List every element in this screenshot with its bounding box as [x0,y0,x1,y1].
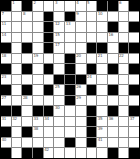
white-cell[interactable] [54,148,64,158]
white-cell[interactable]: 23 [1,75,11,85]
clue-number: 42 [44,148,49,152]
white-cell[interactable]: 36 [108,117,118,127]
black-cell [87,43,97,53]
black-cell [129,64,139,74]
black-cell [108,106,118,116]
clue-number: 11 [2,22,7,26]
white-cell[interactable]: 35 [97,117,107,127]
clue-number: 24 [87,75,92,79]
white-cell[interactable]: 12 [54,22,64,32]
white-cell[interactable]: 40 [1,138,11,148]
white-cell[interactable] [12,148,22,158]
white-cell[interactable] [119,22,129,32]
black-cell [97,43,107,53]
white-cell[interactable]: 31 [1,117,11,127]
black-cell [44,22,54,32]
white-cell[interactable] [119,33,129,43]
white-cell[interactable]: 21 [97,54,107,64]
white-cell[interactable] [54,12,64,22]
clue-number: 40 [2,138,7,142]
white-cell[interactable] [65,148,75,158]
white-cell[interactable] [44,54,54,64]
clue-number: 19 [34,54,39,58]
white-cell[interactable] [87,96,97,106]
white-cell[interactable] [12,75,22,85]
clue-number: 39 [98,127,103,131]
clue-number: 2 [34,1,36,5]
white-cell[interactable] [87,33,97,43]
white-cell[interactable] [22,117,32,127]
white-cell[interactable]: 34 [44,117,54,127]
white-cell[interactable] [22,138,32,148]
white-cell[interactable]: 33 [33,117,43,127]
white-cell[interactable]: 17 [54,43,64,53]
white-cell[interactable]: 19 [33,54,43,64]
white-cell[interactable] [108,54,118,64]
white-cell[interactable] [76,64,86,74]
white-cell[interactable]: 22 [119,54,129,64]
white-cell[interactable] [54,96,64,106]
white-cell[interactable] [119,96,129,106]
black-cell [65,54,75,64]
black-cell [129,1,139,11]
white-cell[interactable]: 13 [65,22,75,32]
black-cell [33,106,43,116]
white-cell[interactable] [97,22,107,32]
white-cell[interactable] [65,127,75,137]
clue-number: 14 [2,33,7,37]
clue-number: 4 [76,1,78,5]
white-cell[interactable]: 11 [1,22,11,32]
black-cell [129,106,139,116]
black-cell [44,12,54,22]
black-cell [129,85,139,95]
black-cell [65,85,75,95]
white-cell[interactable] [87,54,97,64]
white-cell[interactable] [22,54,32,64]
black-cell [33,148,43,158]
black-cell [1,85,11,95]
white-cell[interactable] [65,117,75,127]
white-cell[interactable] [12,54,22,64]
white-cell[interactable] [119,12,129,22]
white-cell[interactable]: 26 [76,85,86,95]
black-cell [129,22,139,32]
clue-number: 12 [55,22,60,26]
white-cell[interactable] [119,138,129,148]
white-cell[interactable]: 10 [97,12,107,22]
white-cell[interactable] [12,85,22,95]
white-cell[interactable] [108,12,118,22]
white-cell[interactable] [76,22,86,32]
black-cell [65,75,75,85]
crossword-grid: 1234567891011121314151617181920212223242… [0,0,140,159]
clue-number: 23 [2,75,7,79]
white-cell[interactable] [65,1,75,11]
black-cell [119,43,129,53]
white-cell[interactable] [87,22,97,32]
white-cell[interactable] [108,127,118,137]
clue-number: 41 [98,138,103,142]
white-cell[interactable] [76,138,86,148]
white-cell[interactable]: 3 [54,1,64,11]
white-cell[interactable]: 8 [22,12,32,22]
white-cell[interactable] [12,12,22,22]
white-cell[interactable] [119,148,129,158]
white-cell[interactable] [129,33,139,43]
white-cell[interactable] [12,22,22,32]
white-cell[interactable] [97,64,107,74]
white-cell[interactable] [65,43,75,53]
white-cell[interactable] [22,75,32,85]
white-cell[interactable] [119,127,129,137]
black-cell [22,43,32,53]
white-cell[interactable] [97,148,107,158]
black-cell [22,64,32,74]
white-cell[interactable]: 6 [119,1,129,11]
white-cell[interactable] [12,43,22,53]
white-cell[interactable] [129,12,139,22]
clue-number: 18 [2,54,7,58]
white-cell[interactable]: 14 [1,33,11,43]
black-cell [54,75,64,85]
black-cell [1,127,11,137]
white-cell[interactable]: 9 [76,12,86,22]
clue-number: 33 [34,117,39,121]
white-cell[interactable] [119,85,129,95]
black-cell [1,64,11,74]
black-cell [1,1,11,11]
white-cell[interactable] [44,1,54,11]
white-cell[interactable] [129,127,139,137]
white-cell[interactable] [97,75,107,85]
white-cell[interactable] [76,117,86,127]
black-cell [65,64,75,74]
black-cell [87,127,97,137]
black-cell [108,22,118,32]
black-cell [1,43,11,53]
white-cell[interactable] [44,138,54,148]
white-cell[interactable] [97,106,107,116]
white-cell[interactable] [119,75,129,85]
black-cell [12,106,22,116]
black-cell [44,43,54,53]
black-cell [1,148,11,158]
white-cell[interactable] [44,127,54,137]
white-cell[interactable]: 30 [54,106,64,116]
black-cell [65,96,75,106]
white-cell[interactable] [97,96,107,106]
black-cell [129,148,139,158]
white-cell[interactable]: 4 [76,1,86,11]
white-cell[interactable] [54,138,64,148]
clue-number: 28 [23,96,28,100]
white-cell[interactable]: 28 [22,96,32,106]
clue-number: 31 [2,117,7,121]
white-cell[interactable] [22,33,32,43]
black-cell [87,106,97,116]
white-cell[interactable] [87,12,97,22]
white-cell[interactable] [76,127,86,137]
white-cell[interactable]: 41 [97,138,107,148]
clue-number: 27 [2,96,7,100]
white-cell[interactable]: 18 [1,54,11,64]
black-cell [22,148,32,158]
white-cell[interactable] [54,54,64,64]
white-cell[interactable]: 1 [12,1,22,11]
clue-number: 36 [108,117,113,121]
black-cell [65,12,75,22]
white-cell[interactable] [108,43,118,53]
white-cell[interactable] [54,127,64,137]
black-cell [97,1,107,11]
black-cell [65,138,75,148]
white-cell[interactable]: 37 [129,117,139,127]
black-cell [22,1,32,11]
white-cell[interactable]: 5 [87,1,97,11]
white-cell[interactable] [33,75,43,85]
black-cell [87,117,97,127]
clue-number: 32 [12,117,17,121]
white-cell[interactable]: 32 [12,117,22,127]
white-cell[interactable] [108,75,118,85]
black-cell [1,106,11,116]
white-cell[interactable] [22,106,32,116]
white-cell[interactable] [33,85,43,95]
clue-number: 38 [34,127,39,131]
white-cell[interactable] [12,64,22,74]
white-cell[interactable] [119,64,129,74]
white-cell[interactable]: 2 [33,1,43,11]
black-cell [87,138,97,148]
clue-number: 37 [130,117,135,121]
white-cell[interactable] [12,96,22,106]
clue-number: 7 [2,12,4,16]
white-cell[interactable] [76,106,86,116]
white-cell[interactable] [65,106,75,116]
white-cell[interactable]: 42 [44,148,54,158]
white-cell[interactable] [76,33,86,43]
white-cell[interactable]: 27 [1,96,11,106]
clue-number: 30 [55,106,60,110]
white-cell[interactable]: 20 [76,54,86,64]
white-cell[interactable] [12,138,22,148]
clue-number: 34 [44,117,49,121]
white-cell[interactable] [76,43,86,53]
white-cell[interactable] [108,96,118,106]
clue-number: 6 [119,1,121,5]
black-cell [76,75,86,85]
clue-number: 21 [98,54,103,58]
white-cell[interactable] [33,96,43,106]
white-cell[interactable] [129,138,139,148]
white-cell[interactable]: 38 [33,127,43,137]
white-cell[interactable] [54,117,64,127]
clue-number: 8 [23,12,25,16]
white-cell[interactable]: 7 [1,12,11,22]
white-cell[interactable] [22,22,32,32]
black-cell [108,1,118,11]
clue-number: 3 [55,1,57,5]
white-cell[interactable] [97,33,107,43]
clue-number: 20 [76,54,81,58]
white-cell[interactable] [33,12,43,22]
white-cell[interactable]: 29 [76,96,86,106]
black-cell [22,85,32,95]
white-cell[interactable] [54,64,64,74]
black-cell [44,106,54,116]
white-cell[interactable] [33,64,43,74]
white-cell[interactable]: 15 [54,33,64,43]
white-cell[interactable] [108,138,118,148]
black-cell [44,85,54,95]
white-cell[interactable]: 25 [54,85,64,95]
clue-number: 25 [55,85,60,89]
white-cell[interactable] [12,127,22,137]
black-cell [44,33,54,43]
clue-number: 17 [55,43,60,47]
clue-number: 5 [87,1,89,5]
clue-number: 26 [76,85,81,89]
white-cell[interactable] [129,96,139,106]
clue-number: 35 [98,117,103,121]
white-cell[interactable]: 16 [108,33,118,43]
black-cell [108,148,118,158]
clue-number: 13 [66,22,71,26]
clue-number: 15 [55,33,60,37]
white-cell[interactable] [65,33,75,43]
white-cell[interactable] [44,75,54,85]
white-cell[interactable] [33,138,43,148]
clue-number: 1 [12,1,14,5]
white-cell[interactable]: 39 [97,127,107,137]
white-cell[interactable] [119,106,129,116]
white-cell[interactable] [97,85,107,95]
black-cell [129,43,139,53]
clue-number: 29 [76,96,81,100]
black-cell [87,85,97,95]
clue-number: 9 [76,12,78,16]
white-cell[interactable] [76,148,86,158]
black-cell [108,85,118,95]
white-cell[interactable] [12,33,22,43]
black-cell [108,64,118,74]
black-cell [44,64,54,74]
clue-number: 22 [119,54,124,58]
clue-number: 16 [108,33,113,37]
black-cell [22,127,32,137]
black-cell [87,64,97,74]
white-cell[interactable] [119,117,129,127]
white-cell[interactable] [129,75,139,85]
white-cell[interactable] [33,22,43,32]
clue-number: 10 [98,12,103,16]
white-cell[interactable] [33,33,43,43]
white-cell[interactable] [87,148,97,158]
white-cell[interactable] [129,54,139,64]
white-cell[interactable] [44,96,54,106]
white-cell[interactable] [33,43,43,53]
white-cell[interactable]: 24 [87,75,97,85]
